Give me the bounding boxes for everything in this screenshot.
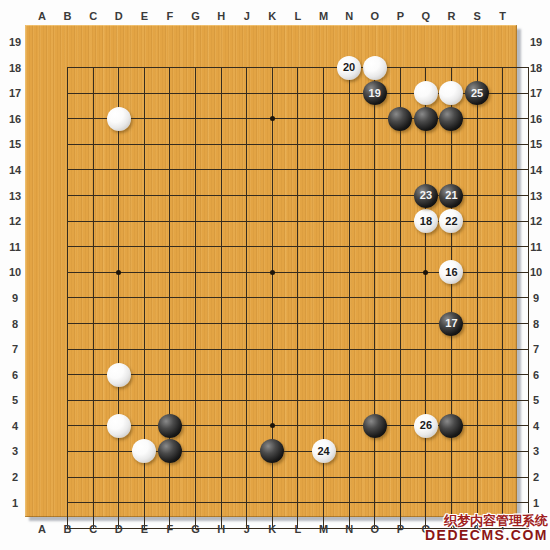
coord-label-H: H <box>208 10 234 22</box>
stone-black-R13: 21 <box>439 184 463 208</box>
coord-label-8: 8 <box>523 311 549 337</box>
stone-black-R4 <box>439 414 463 438</box>
coord-label-16: 16 <box>2 106 28 132</box>
coord-label-H: H <box>208 523 234 535</box>
star-point-K16 <box>270 116 275 121</box>
coord-label-R: R <box>439 10 465 22</box>
stone-white-R12: 22 <box>439 209 463 233</box>
coord-label-16: 16 <box>523 106 549 132</box>
coord-label-M: M <box>311 10 337 22</box>
star-point-Q10 <box>423 270 428 275</box>
coord-label-G: G <box>183 523 209 535</box>
coord-label-N: N <box>336 523 362 535</box>
coord-label-10: 10 <box>2 260 28 286</box>
coord-label-8: 8 <box>2 311 28 337</box>
stone-white-O18 <box>363 56 387 80</box>
coord-label-15: 15 <box>2 132 28 158</box>
coord-label-6: 6 <box>523 362 549 388</box>
coord-label-C: C <box>80 10 106 22</box>
row-labels-right: 19181716151413121110987654321 <box>523 29 549 515</box>
board-grid: 1617181920212223242526 <box>29 29 515 515</box>
watermark-line2: DEDECMS.COM <box>425 528 548 542</box>
stone-white-R17 <box>439 81 463 105</box>
watermark-line1: 织梦内容管理系统 <box>425 514 548 528</box>
go-diagram-page: ABCDEFGHJKLMNOPQRST ABCDEFGHJKLMNOPQRST … <box>0 0 550 550</box>
coord-label-3: 3 <box>2 439 28 465</box>
stone-black-O4 <box>363 414 387 438</box>
coord-label-Q: Q <box>413 10 439 22</box>
coord-label-4: 4 <box>523 413 549 439</box>
coord-label-6: 6 <box>2 362 28 388</box>
star-point-K10 <box>270 270 275 275</box>
coord-label-15: 15 <box>523 132 549 158</box>
coord-label-1: 1 <box>523 490 549 516</box>
coord-label-F: F <box>157 10 183 22</box>
stone-black-R16 <box>439 107 463 131</box>
coord-label-11: 11 <box>2 234 28 260</box>
coord-label-B: B <box>55 10 81 22</box>
coord-label-19: 19 <box>523 29 549 55</box>
stone-black-F3 <box>158 439 182 463</box>
coord-label-12: 12 <box>2 208 28 234</box>
coord-label-19: 19 <box>2 29 28 55</box>
coord-label-2: 2 <box>523 464 549 490</box>
coord-label-B: B <box>55 523 81 535</box>
stone-white-E3 <box>132 439 156 463</box>
coord-label-18: 18 <box>523 55 549 81</box>
coord-label-M: M <box>311 523 337 535</box>
stone-white-R10: 16 <box>439 260 463 284</box>
coord-label-E: E <box>132 523 158 535</box>
coord-label-14: 14 <box>523 157 549 183</box>
stone-black-Q13: 23 <box>414 184 438 208</box>
stone-white-M3: 24 <box>312 439 336 463</box>
coord-label-5: 5 <box>523 388 549 414</box>
coord-label-13: 13 <box>2 183 28 209</box>
coord-label-11: 11 <box>523 234 549 260</box>
stone-black-K3 <box>260 439 284 463</box>
coord-label-9: 9 <box>523 285 549 311</box>
coord-label-3: 3 <box>523 439 549 465</box>
stone-black-S17: 25 <box>465 81 489 105</box>
coord-label-P: P <box>388 523 414 535</box>
stone-white-N18: 20 <box>337 56 361 80</box>
coord-label-14: 14 <box>2 157 28 183</box>
coord-label-9: 9 <box>2 285 28 311</box>
stone-white-Q12: 18 <box>414 209 438 233</box>
stone-black-R8: 17 <box>439 312 463 336</box>
star-point-K4 <box>270 423 275 428</box>
coord-label-O: O <box>362 10 388 22</box>
coord-label-1: 1 <box>2 490 28 516</box>
coord-label-13: 13 <box>523 183 549 209</box>
stone-black-P16 <box>388 107 412 131</box>
coord-label-12: 12 <box>523 208 549 234</box>
coord-label-18: 18 <box>2 55 28 81</box>
coord-label-F: F <box>157 523 183 535</box>
row-labels-left: 19181716151413121110987654321 <box>2 29 28 515</box>
coord-label-17: 17 <box>2 80 28 106</box>
coord-label-G: G <box>183 10 209 22</box>
stone-white-D4 <box>107 414 131 438</box>
coord-label-L: L <box>285 523 311 535</box>
stone-black-Q16 <box>414 107 438 131</box>
coord-label-E: E <box>132 10 158 22</box>
coord-label-7: 7 <box>523 336 549 362</box>
watermark: 织梦内容管理系统 DEDECMS.COM <box>425 514 548 542</box>
coord-label-K: K <box>260 10 286 22</box>
stone-black-O17: 19 <box>363 81 387 105</box>
coord-label-D: D <box>106 523 132 535</box>
coord-label-C: C <box>80 523 106 535</box>
coord-label-K: K <box>260 523 286 535</box>
coord-label-5: 5 <box>2 388 28 414</box>
stone-white-Q4: 26 <box>414 414 438 438</box>
stone-black-F4 <box>158 414 182 438</box>
coord-label-4: 4 <box>2 413 28 439</box>
coord-label-J: J <box>234 10 260 22</box>
stone-white-D16 <box>107 107 131 131</box>
coord-label-N: N <box>336 10 362 22</box>
coord-label-2: 2 <box>2 464 28 490</box>
coord-label-T: T <box>490 10 516 22</box>
coord-label-7: 7 <box>2 336 28 362</box>
stone-white-Q17 <box>414 81 438 105</box>
coord-label-A: A <box>29 523 55 535</box>
coord-label-D: D <box>106 10 132 22</box>
column-labels-top: ABCDEFGHJKLMNOPQRST <box>29 10 515 22</box>
coord-label-S: S <box>464 10 490 22</box>
coord-label-J: J <box>234 523 260 535</box>
coord-label-P: P <box>388 10 414 22</box>
coord-label-O: O <box>362 523 388 535</box>
stone-white-D6 <box>107 363 131 387</box>
star-point-D10 <box>116 270 121 275</box>
coord-label-17: 17 <box>523 80 549 106</box>
coord-label-L: L <box>285 10 311 22</box>
coord-label-A: A <box>29 10 55 22</box>
coord-label-10: 10 <box>523 260 549 286</box>
